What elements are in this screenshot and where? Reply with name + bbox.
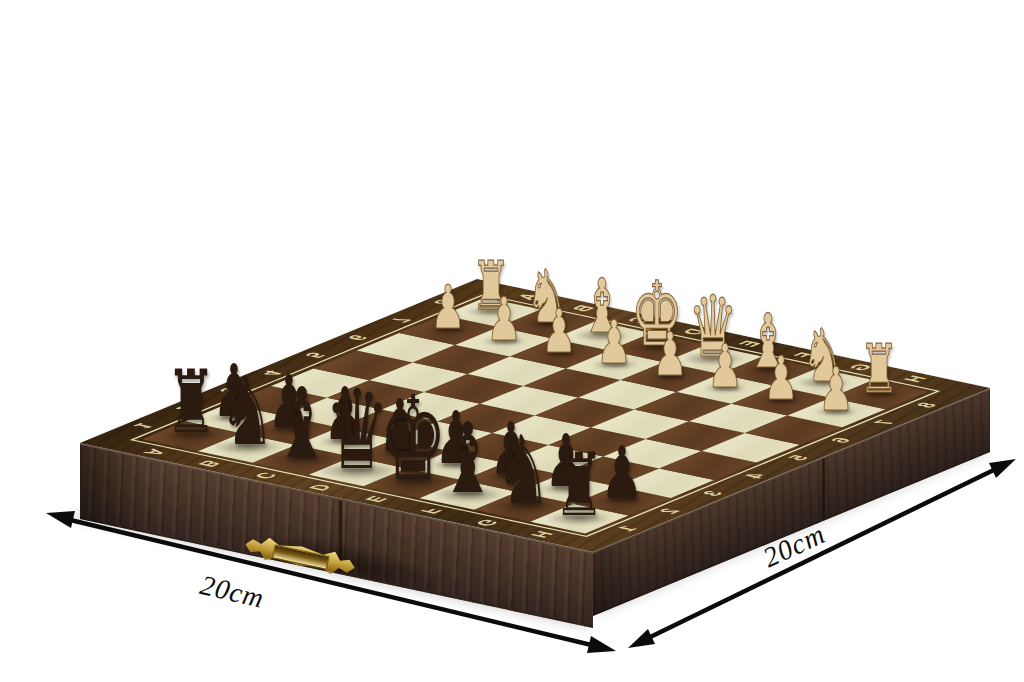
- rank-label-left-8: 8: [422, 296, 463, 308]
- rank-label-left-6: 6: [336, 331, 377, 343]
- file-label-far-a: A: [508, 291, 549, 303]
- width-dimension-label: 20cm: [197, 569, 267, 615]
- rank-label-left-4: 4: [250, 367, 291, 379]
- file-label-far-e: E: [730, 338, 771, 350]
- file-label-far-h: H: [896, 373, 937, 385]
- file-label-far-g: G: [840, 361, 881, 373]
- product-photo-scene: AABBCCDDEEFFGGHH1122334455667788 ♜♞♝♛♚♝♞…: [0, 0, 1024, 682]
- rank-label-left-3: 3: [208, 384, 249, 396]
- file-label-far-c: C: [619, 314, 660, 326]
- rank-label-left-2: 2: [165, 402, 206, 414]
- rank-label-left-1: 1: [122, 420, 163, 432]
- rank-label-left-7: 7: [379, 314, 420, 326]
- file-label-far-f: F: [785, 349, 826, 361]
- file-label-far-d: D: [674, 326, 715, 338]
- file-label-far-b: B: [564, 302, 605, 314]
- rank-label-left-5: 5: [293, 349, 334, 361]
- box-fold-seam-right: [822, 458, 825, 519]
